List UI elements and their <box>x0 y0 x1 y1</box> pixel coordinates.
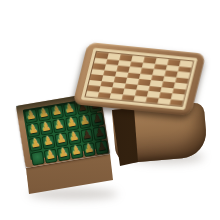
chess-piece: ♟ <box>79 114 91 127</box>
product-photo: ♟♟♟♟♟♟♟♟♟♟♟♟♟♟♟♟♟♟♟♟♟♟♟ <box>0 0 220 220</box>
chess-piece: ♟ <box>53 119 65 132</box>
chess-piece: ♟ <box>83 142 95 155</box>
chess-piece: ♟ <box>42 135 54 148</box>
felt-tray: ♟♟♟♟♟♟♟♟♟♟♟♟♟♟♟♟♟♟♟♟♟♟♟ <box>23 98 103 160</box>
felt-cell: ♟ <box>44 149 58 164</box>
chess-piece: ♟ <box>25 109 37 122</box>
walnut-frame <box>73 42 207 116</box>
chess-piece: ♟ <box>64 102 76 115</box>
chess-piece: ♟ <box>70 144 82 157</box>
chess-piece: ♟ <box>29 137 41 150</box>
chess-piece: ♟ <box>94 126 106 139</box>
chess-piece: ♟ <box>66 116 78 129</box>
chess-piece: ♟ <box>96 140 108 153</box>
chess-piece: ♟ <box>40 121 52 134</box>
chess-piece: ♟ <box>57 147 69 160</box>
felt-cell: ♟ <box>56 146 70 161</box>
felt-cell: ♟ <box>95 140 109 155</box>
board-square <box>170 99 183 106</box>
felt-cell <box>31 151 45 166</box>
chess-piece: ♟ <box>92 112 104 125</box>
maple-border <box>81 48 198 110</box>
felt-cell: ♟ <box>82 142 96 157</box>
chess-piece: ♟ <box>45 149 57 162</box>
chessboard-grid <box>85 51 195 107</box>
chess-piece: ♟ <box>51 105 63 118</box>
chess-piece: ♟ <box>55 133 67 146</box>
felt-cell: ♟ <box>28 137 42 152</box>
chess-piece: ♟ <box>81 128 93 141</box>
chess-piece: ♟ <box>68 130 80 143</box>
chessboard-lid <box>73 42 207 116</box>
chess-piece: ♟ <box>27 123 39 136</box>
chess-piece: ♟ <box>38 107 50 120</box>
felt-cell: ♟ <box>69 144 83 159</box>
